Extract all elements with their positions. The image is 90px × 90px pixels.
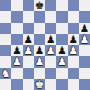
square-f2[interactable] — [56, 68, 67, 79]
square-h3[interactable] — [79, 56, 90, 67]
square-b7[interactable] — [11, 11, 22, 22]
square-b4[interactable]: ♟ — [11, 45, 22, 56]
square-c1[interactable] — [23, 79, 34, 90]
piece-white-pawn[interactable]: ♟ — [12, 56, 21, 67]
square-c5[interactable]: ♟ — [23, 34, 34, 45]
square-e1[interactable] — [45, 79, 56, 90]
square-b3[interactable]: ♟ — [11, 56, 22, 67]
square-c2[interactable] — [23, 68, 34, 79]
square-c6[interactable] — [23, 23, 34, 34]
square-a1[interactable] — [0, 79, 11, 90]
square-d4[interactable]: ♟ — [34, 45, 45, 56]
square-g3[interactable] — [68, 56, 79, 67]
square-f3[interactable]: ♟ — [56, 56, 67, 67]
square-f5[interactable] — [56, 34, 67, 45]
square-e8[interactable] — [45, 0, 56, 11]
piece-white-pawn[interactable]: ♟ — [80, 34, 89, 45]
square-f4[interactable]: ♟ — [56, 45, 67, 56]
square-g1[interactable] — [68, 79, 79, 90]
square-b6[interactable] — [11, 23, 22, 34]
piece-white-pawn[interactable]: ♟ — [23, 45, 32, 56]
piece-black-pawn[interactable]: ♟ — [12, 45, 21, 56]
square-e6[interactable] — [45, 23, 56, 34]
square-a7[interactable] — [0, 11, 11, 22]
square-a2[interactable]: ♞ — [0, 68, 11, 79]
square-h5[interactable]: ♟ — [79, 34, 90, 45]
square-d3[interactable]: ♟ — [34, 56, 45, 67]
piece-black-pawn[interactable]: ♟ — [80, 23, 89, 34]
square-d8[interactable]: ♚ — [34, 0, 45, 11]
square-c7[interactable] — [23, 11, 34, 22]
square-h8[interactable] — [79, 0, 90, 11]
piece-black-pawn[interactable]: ♟ — [35, 45, 44, 56]
square-c4[interactable]: ♟ — [23, 45, 34, 56]
piece-white-pawn[interactable]: ♟ — [57, 56, 66, 67]
square-b5[interactable] — [11, 34, 22, 45]
square-a3[interactable] — [0, 56, 11, 67]
square-d7[interactable] — [34, 11, 45, 22]
square-h1[interactable] — [79, 79, 90, 90]
square-b1[interactable] — [11, 79, 22, 90]
square-g8[interactable] — [68, 0, 79, 11]
square-a5[interactable] — [0, 34, 11, 45]
square-d1[interactable]: ♚ — [34, 79, 45, 90]
square-g5[interactable]: ♟ — [68, 34, 79, 45]
piece-black-pawn[interactable]: ♟ — [46, 34, 55, 45]
square-e5[interactable]: ♟ — [45, 34, 56, 45]
piece-black-pawn[interactable]: ♟ — [68, 34, 77, 45]
piece-black-pawn[interactable]: ♟ — [57, 45, 66, 56]
square-a6[interactable] — [0, 23, 11, 34]
square-f1[interactable] — [56, 79, 67, 90]
piece-white-pawn[interactable]: ♟ — [68, 45, 77, 56]
square-g4[interactable]: ♟ — [68, 45, 79, 56]
square-b2[interactable] — [11, 68, 22, 79]
square-h4[interactable] — [79, 45, 90, 56]
piece-white-knight[interactable]: ♞ — [1, 68, 10, 79]
square-g7[interactable] — [68, 11, 79, 22]
piece-white-pawn[interactable]: ♟ — [46, 45, 55, 56]
piece-white-pawn[interactable]: ♟ — [35, 56, 44, 67]
square-e4[interactable]: ♟ — [45, 45, 56, 56]
square-h7[interactable] — [79, 11, 90, 22]
square-e3[interactable] — [45, 56, 56, 67]
piece-white-king[interactable]: ♚ — [35, 79, 44, 90]
square-h2[interactable] — [79, 68, 90, 79]
piece-black-pawn[interactable]: ♟ — [23, 34, 32, 45]
piece-black-king[interactable]: ♚ — [35, 0, 44, 11]
square-f7[interactable] — [56, 11, 67, 22]
square-a4[interactable] — [0, 45, 11, 56]
square-c3[interactable] — [23, 56, 34, 67]
square-b8[interactable] — [11, 0, 22, 11]
chess-board: ♚♟♟♟♟♟♟♟♟♟♟♟♟♟♟♞♚ — [0, 0, 90, 90]
square-g2[interactable] — [68, 68, 79, 79]
square-d6[interactable] — [34, 23, 45, 34]
square-d5[interactable] — [34, 34, 45, 45]
square-h6[interactable]: ♟ — [79, 23, 90, 34]
square-d2[interactable] — [34, 68, 45, 79]
square-f8[interactable] — [56, 0, 67, 11]
square-c8[interactable] — [23, 0, 34, 11]
square-a8[interactable] — [0, 0, 11, 11]
square-e7[interactable] — [45, 11, 56, 22]
square-g6[interactable] — [68, 23, 79, 34]
square-e2[interactable] — [45, 68, 56, 79]
square-f6[interactable] — [56, 23, 67, 34]
